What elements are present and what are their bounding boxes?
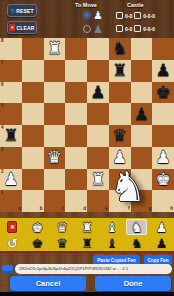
square-f8[interactable]: ♞ [109,38,131,60]
palette-white-queen[interactable]: ♛ [50,219,75,235]
rank-label-7: 7 [1,61,4,66]
square-c2[interactable] [44,169,66,191]
square-g7[interactable] [131,60,153,82]
square-c3[interactable]: ♛ [44,147,66,169]
black-pawn: ♟ [156,62,171,79]
castle-black-queenside-checkbox[interactable] [134,25,141,32]
black-to-move-radio[interactable] [83,25,91,33]
palette-white-rook[interactable]: ♜ [75,219,100,235]
black-rook: ♜ [112,62,127,79]
file-label-a: a [18,207,21,212]
rank-label-5: 5 [1,104,4,109]
black-knight-icon: ♞ [131,237,143,250]
square-c5[interactable] [44,103,66,125]
square-c7[interactable] [44,60,66,82]
square-a8[interactable]: 8 [0,38,22,60]
rank-label-3: 3 [1,148,4,153]
castle-white-row: 0-0 0-0-0 [116,10,155,21]
square-h6[interactable]: ♚ [152,82,174,104]
black-king-icon: ♚ [31,237,43,250]
black-pawn-icon: ♟ [156,237,168,250]
to-move-white-option[interactable]: ♟ [83,9,103,21]
square-b4[interactable] [22,125,44,147]
clear-button[interactable]: ✕ CLEAR [7,21,37,34]
square-h1[interactable]: h [152,190,174,212]
rank-label-2: 2 [1,170,4,175]
swap-colors-tool[interactable]: ↺ [0,235,25,251]
palette-black-rook[interactable]: ♜ [75,235,100,251]
square-a1[interactable]: 1a [0,190,22,212]
square-h2[interactable]: ♚ [152,169,174,191]
square-c1[interactable]: c [44,190,66,212]
top-toolbar: ↻ RESET ✕ CLEAR To Move ♟ ♟ Castle 0-0 0… [0,0,174,38]
rotate-arrows-icon: ↺ [7,237,18,250]
square-h4[interactable] [152,125,174,147]
black-pawn: ♟ [134,106,149,123]
square-e6[interactable]: ♟ [87,82,109,104]
fen-input[interactable]: 2R2n2/5r1p/4p2k/6p1/r4q2/2Q2P1P/P3R2K/5N… [15,264,172,274]
rank-label-8: 8 [1,39,4,44]
reset-label: RESET [16,8,34,14]
square-h8[interactable] [152,38,174,60]
white-rook: ♜ [90,171,105,188]
black-rook: ♜ [3,127,18,144]
castle-black-queenside-label: 0-0-0 [143,26,155,32]
file-label-b: b [40,207,43,212]
square-c8[interactable]: ♜ [44,38,66,60]
square-a3[interactable]: 3 [0,147,22,169]
square-d7[interactable] [65,60,87,82]
square-f7[interactable]: ♜ [109,60,131,82]
square-d8[interactable] [65,38,87,60]
square-c6[interactable] [44,82,66,104]
square-e5[interactable] [87,103,109,125]
black-queen: ♛ [112,127,127,144]
square-a5[interactable]: 5 [0,103,22,125]
delete-piece-tool[interactable]: ✕ [0,219,25,235]
palette-white-knight[interactable]: ♞ [126,219,147,235]
square-d3[interactable] [65,147,87,169]
palette-black-pawn[interactable]: ♟ [149,235,174,251]
black-king: ♚ [156,84,171,101]
file-label-d: d [83,207,86,212]
palette-white-king[interactable]: ♚ [25,219,50,235]
square-f6[interactable] [109,82,131,104]
black-bishop-icon: ♝ [106,237,118,250]
square-b2[interactable] [22,169,44,191]
file-label-c: c [62,207,65,212]
square-b5[interactable] [22,103,44,125]
square-g4[interactable] [131,125,153,147]
rank-label-1: 1 [1,191,4,196]
to-move-black-option[interactable]: ♟ [83,23,103,35]
square-b3[interactable] [22,147,44,169]
square-d6[interactable] [65,82,87,104]
palette-white-pawn[interactable]: ♟ [149,219,174,235]
square-d4[interactable] [65,125,87,147]
castle-black-row: 0-0 0-0-0 [116,23,155,34]
to-move-label: To Move [75,2,97,8]
reset-icon: ↻ [10,8,15,14]
trash-icon: ✕ [9,24,15,31]
white-pawn: ♟ [3,171,18,188]
palette-white-row: ✕♚♛♜♝♞♟ [0,219,174,235]
square-a2[interactable]: ♟2 [0,169,22,191]
square-h7[interactable]: ♟ [152,60,174,82]
castle-black-kingside-label: 0-0 [125,26,132,32]
castle-label: Castle [127,2,144,8]
white-queen-icon: ♛ [56,221,68,234]
square-f5[interactable] [109,103,131,125]
square-g5[interactable]: ♟ [131,103,153,125]
rank-label-6: 6 [1,83,4,88]
navigation-bar [0,292,174,296]
white-to-move-radio[interactable] [83,11,91,19]
black-pawn-icon: ♟ [93,24,103,35]
dragged-white-knight[interactable]: ♞ [106,164,150,210]
castle-white-kingside-checkbox[interactable] [116,12,123,19]
palette-white-bishop[interactable]: ♝ [99,219,124,235]
square-d2[interactable] [65,169,87,191]
palette-black-knight[interactable]: ♞ [124,235,149,251]
rank-label-4: 4 [1,126,4,131]
square-b6[interactable] [22,82,44,104]
reset-button[interactable]: ↻ RESET [7,4,37,17]
clipboard-icon[interactable] [2,265,13,273]
clear-label: CLEAR [16,25,34,31]
square-a6[interactable]: 6 [0,82,22,104]
castle-white-queenside-checkbox[interactable] [134,12,141,19]
trash-icon: ✕ [7,221,17,233]
square-h5[interactable] [152,103,174,125]
square-g6[interactable] [131,82,153,104]
white-king: ♚ [156,171,171,188]
white-rook: ♜ [47,40,62,57]
square-e4[interactable] [87,125,109,147]
palette-black-bishop[interactable]: ♝ [99,235,124,251]
castle-white-kingside-label: 0-0 [125,13,132,19]
piece-palette: ✕♚♛♜♝♞♟ ↺♚♛♜♝♞♟ [0,217,174,253]
chess-setup-app: ↻ RESET ✕ CLEAR To Move ♟ ♟ Castle 0-0 0… [0,0,174,296]
white-pawn: ♟ [156,149,171,166]
white-queen: ♛ [47,149,62,166]
square-g8[interactable] [131,38,153,60]
palette-black-queen[interactable]: ♛ [50,235,75,251]
white-rook-icon: ♜ [81,221,93,234]
black-queen-icon: ♛ [56,237,68,250]
palette-black-king[interactable]: ♚ [25,235,50,251]
castle-white-queenside-label: 0-0-0 [143,13,155,19]
square-b8[interactable] [22,38,44,60]
square-e7[interactable] [87,60,109,82]
white-knight-icon: ♞ [131,221,143,234]
done-button[interactable]: Done [95,276,171,291]
castle-black-kingside-checkbox[interactable] [116,25,123,32]
cancel-button[interactable]: Cancel [10,276,86,291]
white-king-icon: ♚ [31,221,43,234]
square-c4[interactable] [44,125,66,147]
square-e8[interactable] [87,38,109,60]
square-d5[interactable] [65,103,87,125]
white-pawn-icon: ♟ [93,10,103,21]
square-f4[interactable]: ♛ [109,125,131,147]
square-h3[interactable]: ♟ [152,147,174,169]
black-rook-icon: ♜ [81,237,93,250]
square-a4[interactable]: ♜4 [0,125,22,147]
square-b7[interactable] [22,60,44,82]
file-label-h: h [170,207,173,212]
palette-black-row: ↺♚♛♜♝♞♟ [0,235,174,251]
black-pawn: ♟ [90,84,105,101]
square-d1[interactable]: d [65,190,87,212]
square-b1[interactable]: b [22,190,44,212]
white-pawn-icon: ♟ [156,221,168,234]
black-knight: ♞ [112,40,127,57]
white-bishop-icon: ♝ [106,221,118,234]
square-a7[interactable]: 7 [0,60,22,82]
